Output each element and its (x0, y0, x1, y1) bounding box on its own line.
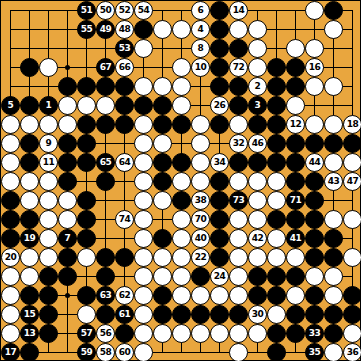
stone-black[interactable] (20, 286, 39, 305)
go-board[interactable]: 5150525461455494845386766107216251263121… (0, 0, 361, 361)
stone-white[interactable] (324, 115, 343, 134)
stone-black[interactable] (58, 172, 77, 191)
stone-black[interactable] (210, 210, 229, 229)
stone-white[interactable] (1, 267, 20, 286)
stone-black[interactable] (39, 286, 58, 305)
stone-white-move-40[interactable]: 40 (191, 229, 210, 248)
stone-white[interactable] (1, 115, 20, 134)
stone-white[interactable] (324, 343, 343, 361)
stone-black[interactable] (153, 115, 172, 134)
stone-white-move-56[interactable]: 56 (96, 324, 115, 343)
stone-white-move-8[interactable]: 8 (191, 39, 210, 58)
stone-white-move-50[interactable]: 50 (96, 1, 115, 20)
stone-black[interactable] (267, 267, 286, 286)
stone-black[interactable] (210, 191, 229, 210)
go-game-screenshot: 5150525461455494845386766107216251263121… (0, 0, 361, 361)
stone-white[interactable] (58, 210, 77, 229)
stone-black[interactable] (20, 58, 39, 77)
stone-white[interactable] (305, 267, 324, 286)
stone-black[interactable] (77, 191, 96, 210)
stone-white[interactable] (1, 153, 20, 172)
stone-black-move-5[interactable]: 5 (1, 96, 20, 115)
stone-white[interactable] (153, 191, 172, 210)
stone-black[interactable] (210, 248, 229, 267)
stone-black[interactable] (286, 172, 305, 191)
stone-white[interactable] (343, 210, 361, 229)
stone-white-move-11[interactable]: 11 (39, 153, 58, 172)
stone-white-move-38[interactable]: 38 (191, 191, 210, 210)
stone-black[interactable] (305, 248, 324, 267)
stone-white-move-26[interactable]: 26 (210, 96, 229, 115)
stone-black[interactable] (267, 286, 286, 305)
stone-white[interactable] (248, 210, 267, 229)
stone-black[interactable] (229, 305, 248, 324)
stone-white[interactable] (191, 286, 210, 305)
stone-black-move-19[interactable]: 19 (20, 229, 39, 248)
stone-white[interactable] (267, 172, 286, 191)
stone-white[interactable] (153, 134, 172, 153)
stone-white[interactable] (134, 153, 153, 172)
stone-white[interactable] (172, 324, 191, 343)
stone-black[interactable] (210, 305, 229, 324)
stone-black[interactable] (267, 153, 286, 172)
stone-white[interactable] (343, 324, 361, 343)
stone-white[interactable] (96, 96, 115, 115)
stone-white-move-12[interactable]: 12 (286, 115, 305, 134)
stone-white[interactable] (172, 210, 191, 229)
stone-black[interactable] (324, 324, 343, 343)
stone-black[interactable] (286, 77, 305, 96)
stone-black[interactable] (324, 134, 343, 153)
stone-black[interactable] (305, 134, 324, 153)
stone-white[interactable] (134, 115, 153, 134)
stone-white[interactable] (305, 115, 324, 134)
stone-white[interactable] (134, 172, 153, 191)
stone-white[interactable] (229, 210, 248, 229)
stone-white[interactable] (20, 172, 39, 191)
stone-white-move-54[interactable]: 54 (134, 1, 153, 20)
stone-white[interactable] (172, 172, 191, 191)
stone-black[interactable] (324, 248, 343, 267)
stone-black[interactable] (77, 153, 96, 172)
stone-black[interactable] (96, 172, 115, 191)
stone-white-move-32[interactable]: 32 (229, 134, 248, 153)
stone-white[interactable] (286, 286, 305, 305)
stone-black[interactable] (77, 77, 96, 96)
stone-black[interactable] (39, 324, 58, 343)
stone-white[interactable] (229, 115, 248, 134)
move-number: 58 (97, 344, 114, 361)
stone-white[interactable] (210, 286, 229, 305)
stone-white[interactable] (134, 229, 153, 248)
stone-black[interactable] (305, 210, 324, 229)
stone-black[interactable] (324, 305, 343, 324)
move-number: 52 (116, 2, 133, 19)
stone-white[interactable] (324, 20, 343, 39)
stone-black[interactable] (210, 58, 229, 77)
stone-white[interactable] (20, 267, 39, 286)
stone-black[interactable] (286, 267, 305, 286)
stone-black[interactable] (286, 305, 305, 324)
stone-black-move-49[interactable]: 49 (96, 20, 115, 39)
stone-white[interactable] (191, 115, 210, 134)
stone-white[interactable] (267, 305, 286, 324)
stone-white[interactable] (248, 58, 267, 77)
stone-black-move-71[interactable]: 71 (286, 191, 305, 210)
move-number: 65 (97, 154, 114, 171)
stone-black[interactable] (115, 96, 134, 115)
move-number: 60 (116, 344, 133, 361)
stone-black[interactable] (229, 77, 248, 96)
stone-black-move-7[interactable]: 7 (58, 229, 77, 248)
stone-white[interactable] (229, 343, 248, 361)
stone-black-move-1[interactable]: 1 (39, 96, 58, 115)
stone-white[interactable] (134, 305, 153, 324)
stone-white[interactable] (248, 248, 267, 267)
stone-black[interactable] (248, 153, 267, 172)
stone-black-move-41[interactable]: 41 (286, 229, 305, 248)
stone-black[interactable] (305, 191, 324, 210)
stone-black[interactable] (267, 210, 286, 229)
stone-white[interactable] (324, 153, 343, 172)
stone-white-move-74[interactable]: 74 (115, 210, 134, 229)
stone-white[interactable] (248, 191, 267, 210)
stone-black[interactable] (286, 153, 305, 172)
stone-white[interactable] (39, 191, 58, 210)
stone-white-move-48[interactable]: 48 (115, 20, 134, 39)
stone-white[interactable] (39, 115, 58, 134)
stone-black[interactable] (267, 343, 286, 361)
stone-white-move-52[interactable]: 52 (115, 1, 134, 20)
stone-black[interactable] (20, 343, 39, 361)
stone-white-move-10[interactable]: 10 (191, 58, 210, 77)
stone-black[interactable] (20, 134, 39, 153)
stone-white[interactable] (39, 210, 58, 229)
stone-black[interactable] (267, 77, 286, 96)
stone-black[interactable] (305, 172, 324, 191)
stone-white[interactable] (229, 20, 248, 39)
stone-white[interactable] (20, 248, 39, 267)
move-number: 46 (249, 135, 266, 152)
stone-black[interactable] (210, 77, 229, 96)
move-number: 14 (230, 2, 247, 19)
stone-black[interactable] (77, 134, 96, 153)
stone-white[interactable] (153, 77, 172, 96)
stone-white[interactable] (305, 77, 324, 96)
stone-white-move-44[interactable]: 44 (305, 153, 324, 172)
stone-black[interactable] (58, 153, 77, 172)
stone-white[interactable] (172, 286, 191, 305)
stone-black[interactable] (324, 1, 343, 20)
stone-white[interactable] (267, 248, 286, 267)
stone-black[interactable] (20, 210, 39, 229)
stone-black[interactable] (153, 96, 172, 115)
stone-black[interactable] (305, 305, 324, 324)
stone-black[interactable] (172, 115, 191, 134)
stone-black[interactable] (134, 20, 153, 39)
stone-white[interactable] (1, 286, 20, 305)
stone-black[interactable] (324, 229, 343, 248)
stone-black[interactable] (343, 305, 361, 324)
stone-white[interactable] (134, 191, 153, 210)
stone-black[interactable] (39, 267, 58, 286)
stone-black[interactable] (267, 58, 286, 77)
stone-black[interactable] (20, 153, 39, 172)
stone-black[interactable] (267, 115, 286, 134)
stone-black[interactable] (210, 115, 229, 134)
stone-white-move-14[interactable]: 14 (229, 1, 248, 20)
stone-black[interactable] (39, 305, 58, 324)
stone-black[interactable] (210, 229, 229, 248)
stone-white[interactable] (172, 20, 191, 39)
stone-white[interactable] (248, 20, 267, 39)
stone-white[interactable] (58, 96, 77, 115)
stone-white[interactable] (39, 172, 58, 191)
stone-black[interactable] (286, 58, 305, 77)
stone-white[interactable] (134, 286, 153, 305)
stone-black[interactable] (229, 96, 248, 115)
stone-white-move-9[interactable]: 9 (39, 134, 58, 153)
stone-white-move-18[interactable]: 18 (343, 115, 361, 134)
stone-white-move-47[interactable]: 47 (343, 172, 361, 191)
stone-white[interactable] (134, 324, 153, 343)
stone-white[interactable] (153, 20, 172, 39)
stone-black[interactable] (267, 324, 286, 343)
stone-black[interactable] (286, 134, 305, 153)
stone-white-move-62[interactable]: 62 (115, 286, 134, 305)
stone-black[interactable] (58, 77, 77, 96)
stone-white[interactable] (229, 248, 248, 267)
stone-black[interactable] (305, 229, 324, 248)
stone-white[interactable] (191, 153, 210, 172)
stone-black-move-13[interactable]: 13 (20, 324, 39, 343)
stone-white[interactable] (20, 191, 39, 210)
stone-white[interactable] (229, 229, 248, 248)
stone-black-move-3[interactable]: 3 (248, 96, 267, 115)
stone-white[interactable] (267, 191, 286, 210)
stone-white[interactable] (1, 324, 20, 343)
stone-black[interactable] (172, 191, 191, 210)
stone-white[interactable] (248, 172, 267, 191)
stone-white[interactable] (153, 248, 172, 267)
stone-white[interactable] (77, 248, 96, 267)
stone-white[interactable] (191, 172, 210, 191)
stone-white[interactable] (134, 210, 153, 229)
stone-black[interactable] (229, 39, 248, 58)
stone-black[interactable] (229, 153, 248, 172)
stone-white[interactable] (58, 191, 77, 210)
stone-white[interactable] (172, 58, 191, 77)
stone-white-move-20[interactable]: 20 (1, 248, 20, 267)
stone-black[interactable] (77, 286, 96, 305)
stone-black-move-65[interactable]: 65 (96, 153, 115, 172)
stone-black[interactable] (77, 115, 96, 134)
stone-black[interactable] (115, 77, 134, 96)
stone-white[interactable] (77, 96, 96, 115)
stone-black[interactable] (1, 191, 20, 210)
stone-black[interactable] (248, 267, 267, 286)
stone-black[interactable] (96, 77, 115, 96)
stone-white[interactable] (191, 324, 210, 343)
stone-white[interactable] (153, 267, 172, 286)
stone-black[interactable] (286, 324, 305, 343)
stone-black[interactable] (115, 248, 134, 267)
stone-black-move-59[interactable]: 59 (77, 343, 96, 361)
stone-white-move-43[interactable]: 43 (324, 172, 343, 191)
stone-white[interactable] (134, 248, 153, 267)
stone-white[interactable] (324, 286, 343, 305)
stone-black[interactable] (248, 115, 267, 134)
stone-white[interactable] (172, 77, 191, 96)
stone-white[interactable] (324, 77, 343, 96)
stone-black[interactable] (153, 305, 172, 324)
stone-white[interactable] (229, 286, 248, 305)
stone-white[interactable] (305, 39, 324, 58)
stone-black[interactable] (77, 210, 96, 229)
stone-white-move-58[interactable]: 58 (96, 343, 115, 361)
stone-white-move-72[interactable]: 72 (229, 58, 248, 77)
stone-white[interactable] (153, 324, 172, 343)
stone-white-move-64[interactable]: 64 (115, 153, 134, 172)
move-number: 5 (2, 97, 19, 114)
stone-black[interactable] (134, 96, 153, 115)
stone-white[interactable] (286, 39, 305, 58)
stone-black-move-67[interactable]: 67 (96, 58, 115, 77)
stone-black-move-15[interactable]: 15 (20, 305, 39, 324)
stone-white-move-34[interactable]: 34 (210, 153, 229, 172)
stone-black[interactable] (58, 248, 77, 267)
stone-white[interactable] (134, 134, 153, 153)
stone-black[interactable] (153, 172, 172, 191)
stone-black[interactable] (172, 153, 191, 172)
stone-white-move-22[interactable]: 22 (191, 248, 210, 267)
stone-white[interactable] (172, 96, 191, 115)
stone-black[interactable] (1, 210, 20, 229)
stone-black[interactable] (210, 1, 229, 20)
stone-black[interactable] (305, 286, 324, 305)
stone-white[interactable] (172, 229, 191, 248)
stone-white[interactable] (229, 267, 248, 286)
stone-black[interactable] (248, 286, 267, 305)
stone-white[interactable] (58, 115, 77, 134)
stone-black[interactable] (20, 96, 39, 115)
stone-white-move-36[interactable]: 36 (343, 343, 361, 361)
stone-white[interactable] (77, 305, 96, 324)
stone-white[interactable] (324, 210, 343, 229)
stone-black[interactable] (58, 134, 77, 153)
stone-white[interactable] (229, 324, 248, 343)
stone-black-move-35[interactable]: 35 (305, 343, 324, 361)
stone-white[interactable] (286, 248, 305, 267)
stone-white[interactable] (134, 39, 153, 58)
move-number: 57 (78, 325, 95, 342)
stone-black[interactable] (210, 172, 229, 191)
stone-white[interactable] (1, 305, 20, 324)
stone-black[interactable] (58, 267, 77, 286)
stone-black[interactable] (115, 115, 134, 134)
stone-black-move-73[interactable]: 73 (229, 191, 248, 210)
stone-white-move-30[interactable]: 30 (248, 305, 267, 324)
stone-black[interactable] (210, 39, 229, 58)
stone-white-move-70[interactable]: 70 (191, 210, 210, 229)
stone-white-move-42[interactable]: 42 (248, 229, 267, 248)
stone-white[interactable] (1, 172, 20, 191)
stone-black[interactable] (153, 286, 172, 305)
stone-black-move-33[interactable]: 33 (305, 324, 324, 343)
stone-black[interactable] (115, 324, 134, 343)
stone-black[interactable] (172, 305, 191, 324)
move-number: 38 (192, 192, 209, 209)
stone-black[interactable] (1, 229, 20, 248)
move-number: 67 (97, 59, 114, 76)
stone-white[interactable] (134, 343, 153, 361)
stone-white[interactable] (248, 324, 267, 343)
stone-white[interactable] (286, 96, 305, 115)
stone-black[interactable] (343, 286, 361, 305)
stone-black[interactable] (267, 134, 286, 153)
stone-white-move-46[interactable]: 46 (248, 134, 267, 153)
stone-white[interactable] (172, 267, 191, 286)
stone-white[interactable] (210, 324, 229, 343)
stone-black-move-53[interactable]: 53 (115, 39, 134, 58)
stone-black[interactable] (153, 229, 172, 248)
stone-white[interactable] (39, 248, 58, 267)
stone-black[interactable] (96, 305, 115, 324)
stone-white[interactable] (20, 115, 39, 134)
stone-black-move-17[interactable]: 17 (1, 343, 20, 361)
stone-black[interactable] (96, 267, 115, 286)
stone-black-move-51[interactable]: 51 (77, 1, 96, 20)
stone-white[interactable] (267, 229, 286, 248)
stone-black-move-61[interactable]: 61 (115, 305, 134, 324)
stone-black-move-55[interactable]: 55 (77, 20, 96, 39)
stone-black[interactable] (343, 134, 361, 153)
stone-white[interactable] (1, 134, 20, 153)
stone-black[interactable] (191, 305, 210, 324)
stone-black[interactable] (77, 229, 96, 248)
stone-white[interactable] (191, 134, 210, 153)
stone-white[interactable] (229, 172, 248, 191)
stone-black[interactable] (286, 210, 305, 229)
stone-white[interactable] (134, 77, 153, 96)
stone-black[interactable] (191, 267, 210, 286)
stone-white[interactable] (305, 1, 324, 20)
stone-white[interactable] (343, 153, 361, 172)
stone-black-move-63[interactable]: 63 (96, 286, 115, 305)
stone-black[interactable] (153, 153, 172, 172)
stone-white-move-4[interactable]: 4 (191, 20, 210, 39)
stone-white[interactable] (172, 248, 191, 267)
stone-black-move-57[interactable]: 57 (77, 324, 96, 343)
stone-white-move-66[interactable]: 66 (115, 58, 134, 77)
move-number: 15 (21, 306, 38, 323)
stone-black[interactable] (267, 96, 286, 115)
stone-white[interactable] (343, 248, 361, 267)
stone-white[interactable] (324, 267, 343, 286)
stone-white-move-16[interactable]: 16 (305, 58, 324, 77)
stone-black[interactable] (96, 115, 115, 134)
stone-white-move-2[interactable]: 2 (248, 77, 267, 96)
stone-white-move-60[interactable]: 60 (115, 343, 134, 361)
stone-black[interactable] (210, 20, 229, 39)
stone-white[interactable] (134, 267, 153, 286)
stone-white[interactable] (39, 229, 58, 248)
stone-white[interactable] (39, 58, 58, 77)
stone-white-move-24[interactable]: 24 (210, 267, 229, 286)
stone-white-move-6[interactable]: 6 (191, 1, 210, 20)
stone-black[interactable] (96, 248, 115, 267)
stone-white[interactable] (248, 39, 267, 58)
